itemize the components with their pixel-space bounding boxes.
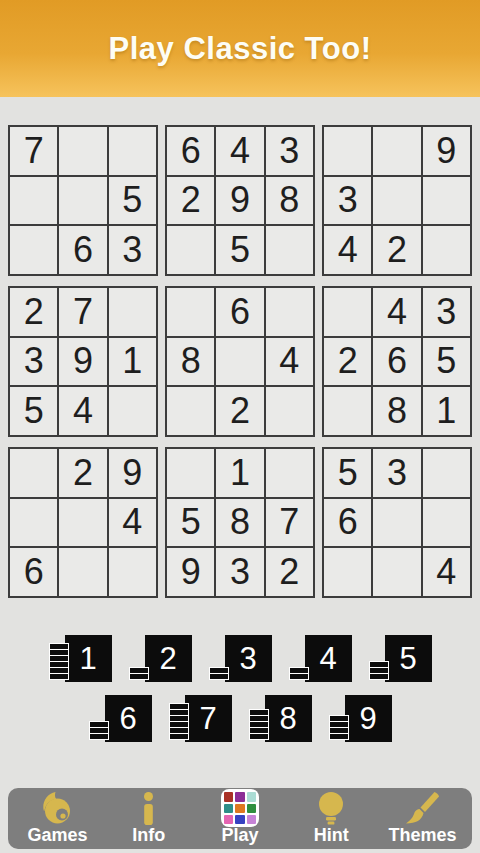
toolbar-item-themes[interactable]: Themes bbox=[377, 788, 468, 849]
sudoku-cell-r5c3[interactable]: 1 bbox=[109, 338, 156, 386]
toolbar-label-themes: Themes bbox=[388, 826, 456, 846]
remaining-bar bbox=[50, 674, 68, 679]
toolbar-label-play: Play bbox=[221, 826, 258, 846]
digit-5-unit: 5 bbox=[369, 635, 432, 682]
sudoku-cell-r8c9[interactable] bbox=[423, 499, 470, 547]
digit-4-unit: 4 bbox=[289, 635, 352, 682]
remaining-bar bbox=[90, 734, 108, 739]
digit-1-button[interactable]: 1 bbox=[65, 635, 112, 682]
sudoku-cell-r7c7[interactable]: 5 bbox=[324, 449, 371, 497]
digit-1-remaining-stack bbox=[49, 643, 69, 680]
sudoku-cell-r4c2[interactable]: 7 bbox=[59, 288, 106, 336]
remaining-bar bbox=[130, 668, 148, 673]
digit-7-button[interactable]: 7 bbox=[185, 695, 232, 742]
sudoku-box-9: 5364 bbox=[322, 447, 472, 598]
remaining-bar bbox=[250, 722, 268, 727]
sudoku-box-6: 4326581 bbox=[322, 286, 472, 437]
toolbar-label-games: Games bbox=[28, 826, 88, 846]
play-grid-icon bbox=[221, 790, 259, 826]
sudoku-box-2: 6432985 bbox=[165, 125, 315, 276]
digit-5-remaining-stack bbox=[369, 661, 389, 680]
digit-8-remaining-stack bbox=[249, 709, 269, 740]
play-grid-icon bbox=[221, 789, 259, 827]
remaining-bar bbox=[170, 710, 188, 715]
toolbar-item-play[interactable]: Play bbox=[194, 788, 285, 849]
sudoku-cell-r3c9[interactable] bbox=[423, 226, 470, 274]
toolbar-item-games[interactable]: Games bbox=[12, 788, 103, 849]
remaining-bar bbox=[290, 668, 308, 673]
banner-title: Play Classic Too! bbox=[109, 31, 372, 67]
remaining-bar bbox=[50, 644, 68, 649]
sudoku-cell-r9c8[interactable] bbox=[373, 548, 420, 596]
sudoku-cell-r9c4[interactable]: 9 bbox=[167, 548, 214, 596]
play-grid-tile bbox=[247, 815, 256, 824]
sudoku-cell-r6c8[interactable]: 8 bbox=[373, 387, 420, 435]
toolbar-item-info[interactable]: Info bbox=[103, 788, 194, 849]
sudoku-cell-r7c1[interactable] bbox=[10, 449, 57, 497]
digit-3-remaining-stack bbox=[209, 667, 229, 680]
sudoku-cell-r1c8[interactable] bbox=[373, 127, 420, 175]
sudoku-cell-r1c5[interactable]: 4 bbox=[216, 127, 263, 175]
remaining-bar bbox=[170, 704, 188, 709]
ad-banner[interactable]: Play Classic Too! bbox=[0, 0, 480, 97]
sudoku-cell-r5c7[interactable]: 2 bbox=[324, 338, 371, 386]
sudoku-cell-r4c3[interactable] bbox=[109, 288, 156, 336]
toolbar-item-hint[interactable]: Hint bbox=[286, 788, 377, 849]
sudoku-box-3: 9342 bbox=[322, 125, 472, 276]
sudoku-cell-r2c5[interactable]: 9 bbox=[216, 177, 263, 225]
digit-9-button[interactable]: 9 bbox=[345, 695, 392, 742]
sudoku-cell-r6c2[interactable]: 4 bbox=[59, 387, 106, 435]
remaining-bar bbox=[330, 716, 348, 721]
sudoku-cell-r8c2[interactable] bbox=[59, 499, 106, 547]
digit-2-button[interactable]: 2 bbox=[145, 635, 192, 682]
remaining-bar bbox=[330, 734, 348, 739]
digit-6-remaining-stack bbox=[89, 721, 109, 740]
digit-2-remaining-stack bbox=[129, 667, 149, 680]
sudoku-cell-r4c9[interactable]: 3 bbox=[423, 288, 470, 336]
remaining-bar bbox=[130, 674, 148, 679]
remaining-bar bbox=[370, 662, 388, 667]
sudoku-cell-r2c1[interactable] bbox=[10, 177, 57, 225]
play-grid-tile bbox=[235, 804, 244, 813]
sudoku-cell-r6c5[interactable]: 2 bbox=[216, 387, 263, 435]
sudoku-cell-r6c1[interactable]: 5 bbox=[10, 387, 57, 435]
number-pad-row-2: 6789 bbox=[89, 695, 392, 742]
sudoku-board: 7563643298593422739154684243265812946158… bbox=[8, 125, 472, 598]
sudoku-cell-r2c3[interactable]: 5 bbox=[109, 177, 156, 225]
sudoku-cell-r7c2[interactable]: 2 bbox=[59, 449, 106, 497]
sudoku-cell-r5c9[interactable]: 5 bbox=[423, 338, 470, 386]
remaining-bar bbox=[170, 716, 188, 721]
sudoku-cell-r5c4[interactable]: 8 bbox=[167, 338, 214, 386]
lightbulb-icon bbox=[317, 790, 345, 826]
remaining-bar bbox=[90, 728, 108, 733]
digit-9-unit: 9 bbox=[329, 695, 392, 742]
sudoku-cell-r7c6[interactable] bbox=[266, 449, 313, 497]
sudoku-cell-r3c8[interactable]: 2 bbox=[373, 226, 420, 274]
remaining-bar bbox=[170, 722, 188, 727]
number-pad: 123456789 bbox=[0, 635, 480, 742]
sudoku-cell-r3c7[interactable]: 4 bbox=[324, 226, 371, 274]
sudoku-cell-r3c3[interactable]: 3 bbox=[109, 226, 156, 274]
sudoku-cell-r1c1[interactable]: 7 bbox=[10, 127, 57, 175]
sudoku-cell-r4c6[interactable] bbox=[266, 288, 313, 336]
digit-7-unit: 7 bbox=[169, 695, 232, 742]
sudoku-cell-r1c7[interactable] bbox=[324, 127, 371, 175]
play-grid-tile bbox=[224, 804, 233, 813]
sudoku-cell-r2c8[interactable] bbox=[373, 177, 420, 225]
remaining-bar bbox=[250, 710, 268, 715]
sudoku-cell-r1c4[interactable]: 6 bbox=[167, 127, 214, 175]
toolbar-label-hint: Hint bbox=[314, 826, 349, 846]
sudoku-cell-r6c6[interactable] bbox=[266, 387, 313, 435]
remaining-bar bbox=[50, 656, 68, 661]
sudoku-cell-r8c8[interactable] bbox=[373, 499, 420, 547]
sudoku-cell-r1c6[interactable]: 3 bbox=[266, 127, 313, 175]
sudoku-cell-r4c5[interactable]: 6 bbox=[216, 288, 263, 336]
sudoku-cell-r2c7[interactable]: 3 bbox=[324, 177, 371, 225]
remaining-bar bbox=[250, 728, 268, 733]
sudoku-cell-r5c2[interactable]: 9 bbox=[59, 338, 106, 386]
sudoku-cell-r9c2[interactable] bbox=[59, 548, 106, 596]
digit-3-unit: 3 bbox=[209, 635, 272, 682]
digit-8-button[interactable]: 8 bbox=[265, 695, 312, 742]
remaining-bar bbox=[330, 722, 348, 727]
sudoku-box-7: 2946 bbox=[8, 447, 158, 598]
play-grid-tile bbox=[224, 792, 233, 801]
sudoku-cell-r9c3[interactable] bbox=[109, 548, 156, 596]
sudoku-cell-r1c2[interactable] bbox=[59, 127, 106, 175]
sudoku-cell-r6c7[interactable] bbox=[324, 387, 371, 435]
paintbrush-icon bbox=[405, 790, 440, 826]
remaining-bar bbox=[210, 674, 228, 679]
sudoku-cell-r2c2[interactable] bbox=[59, 177, 106, 225]
sudoku-cell-r9c5[interactable]: 3 bbox=[216, 548, 263, 596]
sudoku-cell-r1c9[interactable]: 9 bbox=[423, 127, 470, 175]
info-icon bbox=[142, 790, 155, 826]
remaining-bar bbox=[170, 734, 188, 739]
digit-4-remaining-stack bbox=[289, 667, 309, 680]
remaining-bar bbox=[290, 674, 308, 679]
sudoku-cell-r7c5[interactable]: 1 bbox=[216, 449, 263, 497]
digit-8-unit: 8 bbox=[249, 695, 312, 742]
sudoku-box-8: 1587932 bbox=[165, 447, 315, 598]
play-grid-tile bbox=[247, 792, 256, 801]
play-grid-tile bbox=[235, 815, 244, 824]
sudoku-cell-r3c5[interactable]: 5 bbox=[216, 226, 263, 274]
remaining-bar bbox=[170, 728, 188, 733]
sudoku-cell-r5c1[interactable]: 3 bbox=[10, 338, 57, 386]
sudoku-cell-r9c7[interactable] bbox=[324, 548, 371, 596]
digit-9-remaining-stack bbox=[329, 715, 349, 740]
digit-5-button[interactable]: 5 bbox=[385, 635, 432, 682]
sudoku-cell-r4c4[interactable] bbox=[167, 288, 214, 336]
sudoku-cell-r8c3[interactable]: 4 bbox=[109, 499, 156, 547]
remaining-bar bbox=[90, 722, 108, 727]
remaining-bar bbox=[50, 668, 68, 673]
game-area: 7563643298593422739154684243265812946158… bbox=[0, 125, 480, 742]
sudoku-cell-r4c1[interactable]: 2 bbox=[10, 288, 57, 336]
remaining-bar bbox=[250, 716, 268, 721]
sudoku-cell-r8c5[interactable]: 8 bbox=[216, 499, 263, 547]
sudoku-cell-r2c6[interactable]: 8 bbox=[266, 177, 313, 225]
sudoku-box-1: 7563 bbox=[8, 125, 158, 276]
sudoku-cell-r3c4[interactable] bbox=[167, 226, 214, 274]
digit-2-unit: 2 bbox=[129, 635, 192, 682]
sudoku-cell-r6c9[interactable]: 1 bbox=[423, 387, 470, 435]
sudoku-cell-r2c4[interactable]: 2 bbox=[167, 177, 214, 225]
sudoku-box-5: 6842 bbox=[165, 286, 315, 437]
sudoku-cell-r3c1[interactable] bbox=[10, 226, 57, 274]
play-grid-tile bbox=[235, 792, 244, 801]
sudoku-cell-r8c6[interactable]: 7 bbox=[266, 499, 313, 547]
digit-4-button[interactable]: 4 bbox=[305, 635, 352, 682]
sudoku-cell-r8c7[interactable]: 6 bbox=[324, 499, 371, 547]
sudoku-cell-r8c4[interactable]: 5 bbox=[167, 499, 214, 547]
digit-6-button[interactable]: 6 bbox=[105, 695, 152, 742]
sudoku-cell-r9c9[interactable]: 4 bbox=[423, 548, 470, 596]
remaining-bar bbox=[370, 668, 388, 673]
sudoku-cell-r7c4[interactable] bbox=[167, 449, 214, 497]
play-grid-tile bbox=[224, 815, 233, 824]
sudoku-cell-r1c3[interactable] bbox=[109, 127, 156, 175]
remaining-bar bbox=[50, 662, 68, 667]
digit-7-remaining-stack bbox=[169, 703, 189, 740]
game-piece-icon bbox=[41, 790, 74, 826]
digit-6-unit: 6 bbox=[89, 695, 152, 742]
remaining-bar bbox=[370, 674, 388, 679]
sudoku-cell-r5c6[interactable]: 4 bbox=[266, 338, 313, 386]
sudoku-cell-r2c9[interactable] bbox=[423, 177, 470, 225]
sudoku-cell-r6c3[interactable] bbox=[109, 387, 156, 435]
number-pad-row-1: 12345 bbox=[49, 635, 432, 682]
toolbar-label-info: Info bbox=[132, 826, 165, 846]
sudoku-cell-r9c1[interactable]: 6 bbox=[10, 548, 57, 596]
sudoku-cell-r7c9[interactable] bbox=[423, 449, 470, 497]
remaining-bar bbox=[210, 668, 228, 673]
sudoku-box-4: 2739154 bbox=[8, 286, 158, 437]
remaining-bar bbox=[250, 734, 268, 739]
sudoku-cell-r4c7[interactable] bbox=[324, 288, 371, 336]
remaining-bar bbox=[330, 728, 348, 733]
sudoku-cell-r7c8[interactable]: 3 bbox=[373, 449, 420, 497]
sudoku-cell-r7c3[interactable]: 9 bbox=[109, 449, 156, 497]
bottom-toolbar: GamesInfoPlayHintThemes bbox=[8, 788, 472, 849]
play-grid-tile bbox=[247, 804, 256, 813]
sudoku-cell-r5c5[interactable] bbox=[216, 338, 263, 386]
sudoku-cell-r3c6[interactable] bbox=[266, 226, 313, 274]
digit-1-unit: 1 bbox=[49, 635, 112, 682]
sudoku-cell-r3c2[interactable]: 6 bbox=[59, 226, 106, 274]
sudoku-cell-r6c4[interactable] bbox=[167, 387, 214, 435]
sudoku-cell-r9c6[interactable]: 2 bbox=[266, 548, 313, 596]
remaining-bar bbox=[50, 650, 68, 655]
sudoku-cell-r5c8[interactable]: 6 bbox=[373, 338, 420, 386]
digit-3-button[interactable]: 3 bbox=[225, 635, 272, 682]
sudoku-cell-r8c1[interactable] bbox=[10, 499, 57, 547]
sudoku-cell-r4c8[interactable]: 4 bbox=[373, 288, 420, 336]
